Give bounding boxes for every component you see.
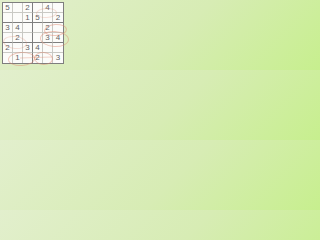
cell-r5c4[interactable]: 4 [33,43,43,53]
cell-r4c1[interactable] [3,33,13,43]
cell-r2c2[interactable] [13,13,23,23]
cell-r1c1[interactable]: 5 [3,3,13,13]
cell-r2c6[interactable]: 2 [53,13,63,23]
cell-r4c2[interactable]: 2 [13,33,23,43]
cell-r1c2[interactable] [13,3,23,13]
cell-r1c4[interactable] [33,3,43,13]
cell-r5c5[interactable] [43,43,53,53]
cell-r5c6[interactable] [53,43,63,53]
cell-r5c2[interactable] [13,43,23,53]
cell-r1c5[interactable]: 4 [43,3,53,13]
cell-r4c4[interactable] [33,33,43,43]
cell-r2c5[interactable] [43,13,53,23]
cell-r6c5[interactable] [43,53,53,63]
cell-r6c4[interactable]: 2 [33,53,43,63]
sudoku-board: 524152342234234123 [2,2,64,64]
cell-r3c4[interactable] [33,23,43,33]
cell-r1c6[interactable] [53,3,63,13]
cell-r3c1[interactable]: 3 [3,23,13,33]
cell-r2c4[interactable]: 5 [33,13,43,23]
cell-r4c5[interactable]: 3 [43,33,53,43]
sudoku-screenshot: { "game": { "name": "sudoku-6x6", "box_r… [0,0,70,70]
cell-r4c6[interactable]: 4 [53,33,63,43]
cell-r5c3[interactable]: 3 [23,43,33,53]
cell-r5c1[interactable]: 2 [3,43,13,53]
cell-r6c2[interactable]: 1 [13,53,23,63]
cell-r1c3[interactable]: 2 [23,3,33,13]
cell-r3c6[interactable] [53,23,63,33]
cell-r2c1[interactable] [3,13,13,23]
cell-r3c5[interactable]: 2 [43,23,53,33]
cell-r3c3[interactable] [23,23,33,33]
cell-r6c6[interactable]: 3 [53,53,63,63]
cell-r2c3[interactable]: 1 [23,13,33,23]
cell-r4c3[interactable] [23,33,33,43]
cell-r6c1[interactable] [3,53,13,63]
cell-r6c3[interactable] [23,53,33,63]
cell-r3c2[interactable]: 4 [13,23,23,33]
